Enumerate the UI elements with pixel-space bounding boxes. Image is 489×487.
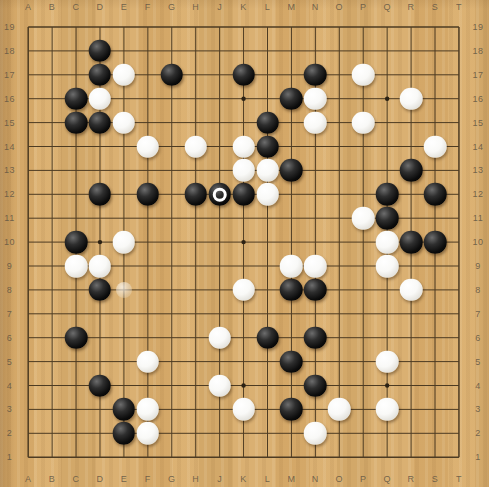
- white-stone-D9: [89, 255, 112, 278]
- column-label-bottom-N: N: [312, 474, 319, 484]
- white-stone-E10: [113, 231, 136, 254]
- row-label-left-5: 5: [7, 357, 13, 367]
- row-label-right-2: 2: [475, 428, 481, 438]
- white-stone-F3: [137, 398, 160, 421]
- black-stone-D15: [89, 111, 112, 134]
- black-stone-Q12: [376, 183, 399, 206]
- row-label-left-8: 8: [7, 285, 13, 295]
- white-stone-P15: [352, 111, 375, 134]
- column-label-top-D: D: [96, 2, 103, 12]
- ghost-stone-E8: [116, 282, 132, 298]
- white-stone-P17: [352, 64, 375, 87]
- row-label-right-9: 9: [475, 261, 481, 271]
- column-label-top-C: C: [73, 2, 80, 12]
- column-label-top-J: J: [217, 2, 222, 12]
- black-stone-C15: [65, 111, 88, 134]
- row-label-right-7: 7: [475, 309, 481, 319]
- black-stone-D4: [89, 374, 112, 397]
- black-stone-L14: [256, 135, 279, 158]
- row-label-left-16: 16: [4, 94, 15, 104]
- column-label-top-M: M: [287, 2, 295, 12]
- white-stone-Q10: [376, 231, 399, 254]
- star-point: [241, 97, 245, 101]
- black-stone-E2: [113, 422, 136, 445]
- row-label-left-12: 12: [4, 189, 15, 199]
- column-label-top-Q: Q: [383, 2, 391, 12]
- black-stone-S10: [424, 231, 447, 254]
- black-stone-R10: [400, 231, 423, 254]
- row-label-left-17: 17: [4, 70, 15, 80]
- row-label-right-13: 13: [472, 165, 483, 175]
- row-label-right-8: 8: [475, 285, 481, 295]
- black-stone-D18: [89, 40, 112, 63]
- white-stone-H14: [184, 135, 207, 158]
- black-stone-J12: [208, 183, 231, 206]
- star-point: [385, 383, 389, 387]
- column-label-top-F: F: [145, 2, 151, 12]
- white-stone-Q3: [376, 398, 399, 421]
- white-stone-M9: [280, 255, 303, 278]
- white-stone-N15: [304, 111, 327, 134]
- white-stone-F2: [137, 422, 160, 445]
- column-label-bottom-R: R: [408, 474, 415, 484]
- black-stone-E3: [113, 398, 136, 421]
- row-label-right-15: 15: [472, 118, 483, 128]
- column-label-top-P: P: [360, 2, 367, 12]
- star-point: [241, 383, 245, 387]
- row-label-left-7: 7: [7, 309, 13, 319]
- white-stone-L12: [256, 183, 279, 206]
- black-stone-N6: [304, 326, 327, 349]
- white-stone-R16: [400, 87, 423, 110]
- star-point: [98, 240, 102, 244]
- row-label-right-19: 19: [472, 22, 483, 32]
- row-label-right-4: 4: [475, 381, 481, 391]
- column-label-top-S: S: [432, 2, 439, 12]
- black-stone-M3: [280, 398, 303, 421]
- row-label-left-6: 6: [7, 333, 13, 343]
- black-stone-G17: [161, 64, 184, 87]
- column-label-top-L: L: [265, 2, 271, 12]
- column-label-bottom-D: D: [96, 474, 103, 484]
- black-stone-M5: [280, 350, 303, 373]
- row-label-right-5: 5: [475, 357, 481, 367]
- row-label-left-18: 18: [4, 46, 15, 56]
- row-label-right-6: 6: [475, 333, 481, 343]
- column-label-bottom-G: G: [168, 474, 176, 484]
- column-label-top-N: N: [312, 2, 319, 12]
- row-label-right-17: 17: [472, 70, 483, 80]
- star-point: [241, 240, 245, 244]
- black-stone-R13: [400, 159, 423, 182]
- black-stone-Q11: [376, 207, 399, 230]
- row-label-left-4: 4: [7, 381, 13, 391]
- white-stone-E17: [113, 64, 136, 87]
- star-point: [385, 97, 389, 101]
- column-label-bottom-B: B: [49, 474, 56, 484]
- white-stone-D16: [89, 87, 112, 110]
- black-stone-C6: [65, 326, 88, 349]
- column-label-bottom-Q: Q: [383, 474, 391, 484]
- row-label-left-2: 2: [7, 428, 13, 438]
- black-stone-K12: [232, 183, 255, 206]
- column-label-top-B: B: [49, 2, 56, 12]
- column-label-top-E: E: [121, 2, 128, 12]
- white-stone-O3: [328, 398, 351, 421]
- white-stone-Q5: [376, 350, 399, 373]
- column-label-top-A: A: [25, 2, 32, 12]
- row-label-right-12: 12: [472, 189, 483, 199]
- white-stone-P11: [352, 207, 375, 230]
- white-stone-Q9: [376, 255, 399, 278]
- white-stone-R8: [400, 279, 423, 302]
- black-stone-M13: [280, 159, 303, 182]
- black-stone-C10: [65, 231, 88, 254]
- black-stone-S12: [424, 183, 447, 206]
- column-label-top-R: R: [408, 2, 415, 12]
- row-label-left-11: 11: [4, 213, 14, 223]
- white-stone-K3: [232, 398, 255, 421]
- column-label-bottom-P: P: [360, 474, 367, 484]
- go-board[interactable]: AABBCCDDEEFFGGHHJJKKLLMMNNOOPPQQRRSSTT19…: [0, 0, 489, 487]
- column-label-bottom-A: A: [25, 474, 32, 484]
- white-stone-F5: [137, 350, 160, 373]
- column-label-top-T: T: [456, 2, 462, 12]
- white-stone-C9: [65, 255, 88, 278]
- row-label-right-18: 18: [472, 46, 483, 56]
- column-label-bottom-E: E: [121, 474, 128, 484]
- white-stone-N16: [304, 87, 327, 110]
- row-label-left-15: 15: [4, 118, 15, 128]
- row-label-right-1: 1: [475, 452, 481, 462]
- row-label-left-3: 3: [7, 404, 13, 414]
- column-label-top-H: H: [192, 2, 199, 12]
- white-stone-K8: [232, 279, 255, 302]
- column-label-top-K: K: [240, 2, 247, 12]
- row-label-left-1: 1: [7, 452, 13, 462]
- column-label-bottom-H: H: [192, 474, 199, 484]
- row-label-right-10: 10: [472, 237, 483, 247]
- row-label-left-14: 14: [4, 142, 15, 152]
- column-label-bottom-F: F: [145, 474, 151, 484]
- white-stone-K13: [232, 159, 255, 182]
- black-stone-K17: [232, 64, 255, 87]
- row-label-left-9: 9: [7, 261, 13, 271]
- row-label-left-10: 10: [4, 237, 15, 247]
- white-stone-N2: [304, 422, 327, 445]
- column-label-bottom-C: C: [73, 474, 80, 484]
- column-label-bottom-M: M: [287, 474, 295, 484]
- column-label-top-O: O: [336, 2, 344, 12]
- black-stone-D8: [89, 279, 112, 302]
- row-label-right-11: 11: [473, 213, 483, 223]
- white-stone-S14: [424, 135, 447, 158]
- black-stone-N8: [304, 279, 327, 302]
- column-label-bottom-L: L: [265, 474, 271, 484]
- black-stone-C16: [65, 87, 88, 110]
- column-label-top-G: G: [168, 2, 176, 12]
- row-label-left-13: 13: [4, 165, 15, 175]
- row-label-right-16: 16: [472, 94, 483, 104]
- white-stone-N9: [304, 255, 327, 278]
- black-stone-D12: [89, 183, 112, 206]
- black-stone-L6: [256, 326, 279, 349]
- black-stone-D17: [89, 64, 112, 87]
- white-stone-J4: [208, 374, 231, 397]
- row-label-right-3: 3: [475, 404, 481, 414]
- row-label-right-14: 14: [472, 142, 483, 152]
- black-stone-M8: [280, 279, 303, 302]
- white-stone-F14: [137, 135, 160, 158]
- black-stone-F12: [137, 183, 160, 206]
- last-move-marker: [213, 187, 227, 201]
- column-label-bottom-T: T: [456, 474, 462, 484]
- row-label-left-19: 19: [4, 22, 15, 32]
- black-stone-N17: [304, 64, 327, 87]
- black-stone-L15: [256, 111, 279, 134]
- white-stone-J6: [208, 326, 231, 349]
- column-label-bottom-S: S: [432, 474, 439, 484]
- column-label-bottom-O: O: [336, 474, 344, 484]
- column-label-bottom-K: K: [240, 474, 247, 484]
- white-stone-L13: [256, 159, 279, 182]
- white-stone-E15: [113, 111, 136, 134]
- column-label-bottom-J: J: [217, 474, 222, 484]
- black-stone-N4: [304, 374, 327, 397]
- black-stone-M16: [280, 87, 303, 110]
- black-stone-H12: [184, 183, 207, 206]
- white-stone-K14: [232, 135, 255, 158]
